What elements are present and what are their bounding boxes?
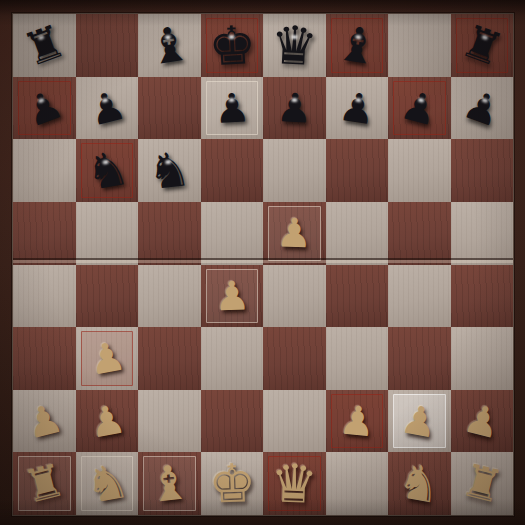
square-d3[interactable] — [201, 327, 264, 390]
square-a7[interactable]: ♟ — [13, 77, 76, 140]
chess-board: ♜♝♚♛♝♜♟♟♟♟♟♟♟♞♞♟♟♟♟♟♟♟♟♜♞♝♚♛♞♜ — [13, 14, 513, 515]
square-c5[interactable] — [138, 202, 201, 265]
square-g1[interactable]: ♞ — [388, 452, 451, 515]
piece-white-knight-b1: ♞ — [71, 447, 143, 520]
highlight-box-f8 — [331, 18, 384, 73]
square-f6[interactable] — [326, 139, 389, 202]
highlight-box-e1 — [268, 456, 321, 511]
square-h4[interactable] — [451, 265, 514, 328]
piece-white-pawn-b2: ♟ — [71, 385, 143, 458]
square-d8[interactable]: ♚ — [201, 14, 264, 77]
piece-black-pawn-g7: ♟ — [381, 70, 457, 146]
square-e5[interactable]: ♟ — [263, 202, 326, 265]
piece-black-bishop-f8: ♝ — [321, 10, 392, 81]
square-d4[interactable]: ♟ — [201, 265, 264, 328]
piece-black-queen-e8: ♛ — [261, 12, 327, 78]
piece-white-rook-a1: ♜ — [6, 446, 82, 522]
piece-black-pawn-e7: ♟ — [261, 75, 327, 141]
square-c4[interactable] — [138, 265, 201, 328]
square-c2[interactable] — [138, 390, 201, 453]
square-h5[interactable] — [451, 202, 514, 265]
piece-black-pawn-f7: ♟ — [321, 72, 392, 143]
square-e8[interactable]: ♛ — [263, 14, 326, 77]
square-b4[interactable] — [76, 265, 139, 328]
highlight-box-b1 — [81, 456, 134, 511]
square-a2[interactable]: ♟ — [13, 390, 76, 453]
square-f3[interactable] — [326, 327, 389, 390]
square-e2[interactable] — [263, 390, 326, 453]
highlight-box-h8 — [456, 18, 509, 73]
piece-white-pawn-h2: ♟ — [444, 383, 520, 459]
piece-white-pawn-a2: ♟ — [6, 383, 82, 459]
piece-black-pawn-b7: ♟ — [69, 70, 145, 146]
square-b8[interactable] — [76, 14, 139, 77]
piece-white-pawn-b3: ♟ — [71, 322, 143, 395]
piece-black-bishop-c8: ♝ — [134, 10, 205, 81]
square-e4[interactable] — [263, 265, 326, 328]
square-c1[interactable]: ♝ — [138, 452, 201, 515]
square-b1[interactable]: ♞ — [76, 452, 139, 515]
highlight-box-a1 — [18, 456, 71, 511]
square-d5[interactable] — [201, 202, 264, 265]
board-frame: ♜♝♚♛♝♜♟♟♟♟♟♟♟♞♞♟♟♟♟♟♟♟♟♜♞♝♚♛♞♜ — [0, 0, 525, 525]
square-f4[interactable] — [326, 265, 389, 328]
highlight-box-g2 — [393, 394, 446, 449]
highlight-box-f2 — [331, 394, 384, 449]
square-f7[interactable]: ♟ — [326, 77, 389, 140]
square-f1[interactable] — [326, 452, 389, 515]
square-g8[interactable] — [388, 14, 451, 77]
piece-white-pawn-f2: ♟ — [322, 387, 391, 456]
square-g4[interactable] — [388, 265, 451, 328]
highlight-box-c1 — [143, 456, 196, 511]
square-a1[interactable]: ♜ — [13, 452, 76, 515]
square-a8[interactable]: ♜ — [13, 14, 76, 77]
square-h1[interactable]: ♜ — [451, 452, 514, 515]
piece-white-bishop-c1: ♝ — [135, 449, 204, 518]
square-a4[interactable] — [13, 265, 76, 328]
square-b7[interactable]: ♟ — [76, 77, 139, 140]
piece-black-rook-a8: ♜ — [4, 5, 84, 85]
square-c7[interactable] — [138, 77, 201, 140]
square-c8[interactable]: ♝ — [138, 14, 201, 77]
square-d1[interactable]: ♚ — [201, 452, 264, 515]
piece-white-pawn-d4: ♟ — [199, 263, 264, 328]
square-d7[interactable]: ♟ — [201, 77, 264, 140]
square-f2[interactable]: ♟ — [326, 390, 389, 453]
square-g5[interactable] — [388, 202, 451, 265]
piece-black-pawn-h7: ♟ — [442, 68, 522, 148]
highlight-box-b6 — [81, 143, 134, 198]
piece-white-pawn-e5: ♟ — [262, 201, 327, 266]
highlight-box-e5 — [268, 206, 321, 261]
piece-black-pawn-a7: ♟ — [4, 68, 84, 148]
piece-black-knight-c6: ♞ — [135, 136, 204, 205]
chessboard-photo: ♜♝♚♛♝♜♟♟♟♟♟♟♟♞♞♟♟♟♟♟♟♟♟♜♞♝♚♛♞♜ — [0, 0, 525, 525]
highlight-box-d7 — [206, 81, 259, 136]
piece-black-knight-b6: ♞ — [71, 134, 143, 207]
square-b2[interactable]: ♟ — [76, 390, 139, 453]
square-e7[interactable]: ♟ — [263, 77, 326, 140]
square-h2[interactable]: ♟ — [451, 390, 514, 453]
square-d2[interactable] — [201, 390, 264, 453]
highlight-box-g7 — [393, 81, 446, 136]
square-h3[interactable] — [451, 327, 514, 390]
square-g6[interactable] — [388, 139, 451, 202]
square-g3[interactable] — [388, 327, 451, 390]
square-e3[interactable] — [263, 327, 326, 390]
piece-black-rook-h8: ♜ — [442, 5, 522, 85]
highlight-box-b3 — [81, 331, 134, 386]
piece-white-knight-g1: ♞ — [383, 447, 455, 520]
piece-white-king-d1: ♚ — [199, 451, 264, 516]
square-h7[interactable]: ♟ — [451, 77, 514, 140]
piece-white-queen-e1: ♛ — [262, 451, 327, 516]
square-a3[interactable] — [13, 327, 76, 390]
square-e6[interactable] — [263, 139, 326, 202]
piece-white-rook-h1: ♜ — [444, 446, 520, 522]
square-a5[interactable] — [13, 202, 76, 265]
square-h8[interactable]: ♜ — [451, 14, 514, 77]
piece-black-pawn-d7: ♟ — [199, 75, 265, 141]
square-d6[interactable] — [201, 139, 264, 202]
square-e1[interactable]: ♛ — [263, 452, 326, 515]
square-h6[interactable] — [451, 139, 514, 202]
square-g7[interactable]: ♟ — [388, 77, 451, 140]
highlight-box-d4 — [206, 269, 259, 324]
piece-white-pawn-g2: ♟ — [383, 385, 455, 458]
square-g2[interactable]: ♟ — [388, 390, 451, 453]
highlight-box-d8 — [206, 18, 259, 73]
square-b3[interactable]: ♟ — [76, 327, 139, 390]
square-c3[interactable] — [138, 327, 201, 390]
square-c6[interactable]: ♞ — [138, 139, 201, 202]
square-b6[interactable]: ♞ — [76, 139, 139, 202]
square-a6[interactable] — [13, 139, 76, 202]
highlight-box-a7 — [18, 81, 71, 136]
square-f5[interactable] — [326, 202, 389, 265]
square-b5[interactable] — [76, 202, 139, 265]
square-f8[interactable]: ♝ — [326, 14, 389, 77]
piece-black-king-d8: ♚ — [199, 12, 265, 78]
